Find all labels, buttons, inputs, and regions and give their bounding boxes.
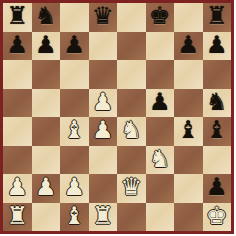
square-g2[interactable] [174, 174, 203, 203]
square-f1[interactable] [146, 203, 175, 232]
square-c4[interactable]: ♝ [60, 117, 89, 146]
piece-black-rook: ♜ [206, 4, 228, 28]
square-a3[interactable] [3, 146, 32, 175]
square-f5[interactable]: ♟ [146, 89, 175, 118]
square-f4[interactable] [146, 117, 175, 146]
piece-white-knight: ♞ [149, 147, 171, 171]
square-b2[interactable]: ♟ [32, 174, 61, 203]
square-e2[interactable]: ♛ [117, 174, 146, 203]
square-d6[interactable] [89, 60, 118, 89]
square-b1[interactable] [32, 203, 61, 232]
piece-white-rook: ♜ [92, 204, 114, 228]
square-g4[interactable]: ♝ [174, 117, 203, 146]
square-g3[interactable] [174, 146, 203, 175]
square-e5[interactable] [117, 89, 146, 118]
piece-white-queen: ♛ [120, 175, 142, 199]
square-b3[interactable] [32, 146, 61, 175]
square-g5[interactable] [174, 89, 203, 118]
square-g8[interactable] [174, 3, 203, 32]
piece-white-king: ♚ [206, 204, 228, 228]
square-b8[interactable]: ♞ [32, 3, 61, 32]
square-c5[interactable] [60, 89, 89, 118]
square-a2[interactable]: ♟ [3, 174, 32, 203]
square-c6[interactable] [60, 60, 89, 89]
piece-black-knight: ♞ [206, 90, 228, 114]
piece-white-bishop: ♝ [63, 204, 85, 228]
square-e8[interactable] [117, 3, 146, 32]
piece-white-pawn: ♟ [35, 175, 57, 199]
piece-white-knight: ♞ [120, 118, 142, 142]
piece-black-pawn: ♟ [149, 90, 171, 114]
piece-white-pawn: ♟ [6, 175, 28, 199]
square-h5[interactable]: ♞ [203, 89, 232, 118]
square-d2[interactable] [89, 174, 118, 203]
square-d1[interactable]: ♜ [89, 203, 118, 232]
piece-black-pawn: ♟ [177, 33, 199, 57]
square-f3[interactable]: ♞ [146, 146, 175, 175]
square-c2[interactable]: ♟ [60, 174, 89, 203]
piece-white-pawn: ♟ [92, 90, 114, 114]
square-d5[interactable]: ♟ [89, 89, 118, 118]
piece-black-pawn: ♟ [206, 175, 228, 199]
square-h3[interactable] [203, 146, 232, 175]
square-e4[interactable]: ♞ [117, 117, 146, 146]
square-b4[interactable] [32, 117, 61, 146]
square-a4[interactable] [3, 117, 32, 146]
square-g6[interactable] [174, 60, 203, 89]
piece-black-pawn: ♟ [206, 33, 228, 57]
square-f6[interactable] [146, 60, 175, 89]
piece-white-pawn: ♟ [63, 175, 85, 199]
square-a8[interactable]: ♜ [3, 3, 32, 32]
square-d7[interactable] [89, 32, 118, 61]
square-e3[interactable] [117, 146, 146, 175]
square-d3[interactable] [89, 146, 118, 175]
square-h7[interactable]: ♟ [203, 32, 232, 61]
piece-black-king: ♚ [149, 4, 171, 28]
piece-white-pawn: ♟ [92, 118, 114, 142]
square-e7[interactable] [117, 32, 146, 61]
piece-black-pawn: ♟ [6, 33, 28, 57]
square-b7[interactable]: ♟ [32, 32, 61, 61]
square-a6[interactable] [3, 60, 32, 89]
square-h8[interactable]: ♜ [203, 3, 232, 32]
piece-white-bishop: ♝ [63, 118, 85, 142]
square-a1[interactable]: ♜ [3, 203, 32, 232]
square-f2[interactable] [146, 174, 175, 203]
piece-black-queen: ♛ [92, 4, 114, 28]
square-f7[interactable] [146, 32, 175, 61]
piece-black-pawn: ♟ [63, 33, 85, 57]
square-e6[interactable] [117, 60, 146, 89]
chess-board-screenshot: ♜♞♛♚♜♟♟♟♟♟♟♟♞♝♟♞♝♝♞♟♟♟♛♟♜♝♜♚ [0, 0, 236, 236]
square-g1[interactable] [174, 203, 203, 232]
square-f8[interactable]: ♚ [146, 3, 175, 32]
piece-black-pawn: ♟ [35, 33, 57, 57]
square-e1[interactable] [117, 203, 146, 232]
piece-black-rook: ♜ [6, 4, 28, 28]
piece-black-bishop: ♝ [177, 118, 199, 142]
square-h6[interactable] [203, 60, 232, 89]
square-c8[interactable] [60, 3, 89, 32]
square-h2[interactable]: ♟ [203, 174, 232, 203]
square-c7[interactable]: ♟ [60, 32, 89, 61]
square-h1[interactable]: ♚ [203, 203, 232, 232]
square-g7[interactable]: ♟ [174, 32, 203, 61]
square-d8[interactable]: ♛ [89, 3, 118, 32]
board-frame: ♜♞♛♚♜♟♟♟♟♟♟♟♞♝♟♞♝♝♞♟♟♟♛♟♜♝♜♚ [0, 0, 234, 234]
square-c3[interactable] [60, 146, 89, 175]
square-b6[interactable] [32, 60, 61, 89]
piece-black-knight: ♞ [35, 4, 57, 28]
chess-board: ♜♞♛♚♜♟♟♟♟♟♟♟♞♝♟♞♝♝♞♟♟♟♛♟♜♝♜♚ [3, 3, 231, 231]
square-a5[interactable] [3, 89, 32, 118]
square-h4[interactable]: ♝ [203, 117, 232, 146]
piece-white-rook: ♜ [6, 204, 28, 228]
piece-black-bishop: ♝ [206, 118, 228, 142]
square-b5[interactable] [32, 89, 61, 118]
square-c1[interactable]: ♝ [60, 203, 89, 232]
square-a7[interactable]: ♟ [3, 32, 32, 61]
square-d4[interactable]: ♟ [89, 117, 118, 146]
